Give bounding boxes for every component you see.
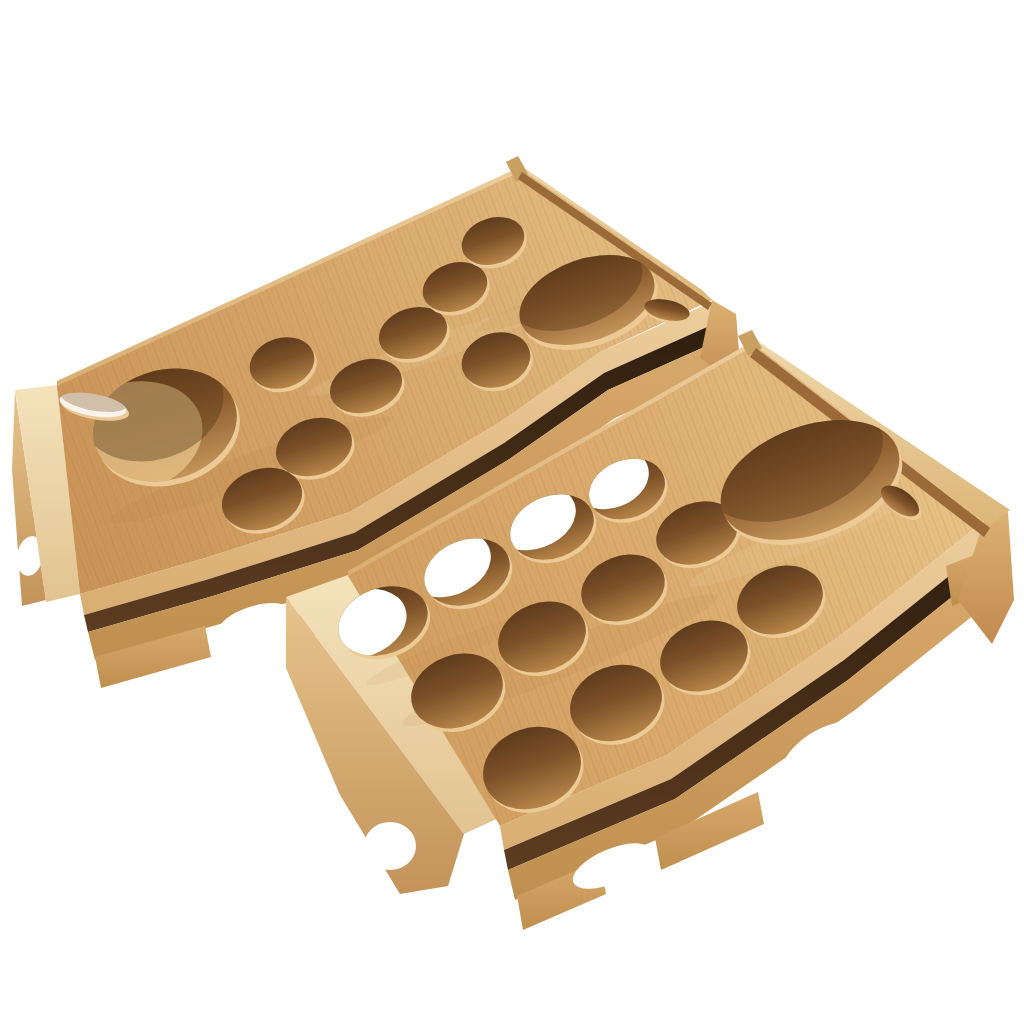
product-photo xyxy=(0,0,1024,1024)
board-bottom-left-wall-arch-cutout xyxy=(364,822,416,870)
scene-svg xyxy=(0,0,1024,1024)
